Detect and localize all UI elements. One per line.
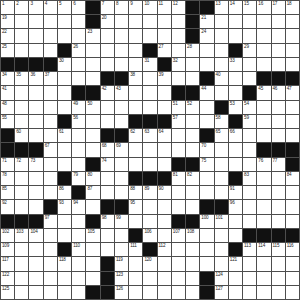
cell[interactable] [129,158,142,171]
cell[interactable]: 27 [158,44,171,57]
cell[interactable] [15,272,28,285]
cell[interactable] [44,101,57,114]
cell[interactable] [86,44,99,57]
cell[interactable]: 66 [229,129,242,142]
cell[interactable]: 15 [243,1,256,14]
cell[interactable] [101,29,114,42]
cell[interactable] [186,186,199,199]
cell[interactable]: 106 [143,229,156,242]
cell[interactable]: 1 [1,1,14,14]
cell[interactable]: 53 [229,101,242,114]
cell[interactable]: 42 [101,86,114,99]
cell[interactable]: 88 [129,186,142,199]
cell[interactable] [215,44,228,57]
cell[interactable] [29,44,42,57]
cell[interactable]: 70 [200,143,213,156]
cell[interactable]: 44 [200,86,213,99]
cell[interactable] [172,257,185,270]
cell[interactable] [257,272,270,285]
cell[interactable] [186,257,199,270]
cell[interactable]: 4 [44,1,57,14]
cell[interactable] [243,58,256,71]
cell[interactable] [44,172,57,185]
cell[interactable] [44,229,57,242]
cell[interactable]: 17 [272,1,285,14]
cell[interactable]: 124 [215,272,228,285]
cell[interactable] [86,143,99,156]
cell[interactable] [286,58,299,71]
cell[interactable] [229,29,242,42]
cell[interactable] [158,229,171,242]
cell[interactable]: 121 [229,257,242,270]
cell[interactable]: 7 [101,1,114,14]
cell[interactable]: 87 [86,186,99,199]
cell[interactable] [86,272,99,285]
cell[interactable] [115,186,128,199]
cell[interactable] [143,143,156,156]
cell[interactable]: 72 [15,158,28,171]
cell[interactable] [115,115,128,128]
cell[interactable] [158,215,171,228]
cell[interactable] [186,200,199,213]
cell[interactable] [72,129,85,142]
cell[interactable] [243,272,256,285]
cell[interactable] [115,58,128,71]
cell[interactable]: 46 [272,86,285,99]
cell[interactable]: 31 [143,58,156,71]
cell[interactable]: 13 [215,1,228,14]
cell[interactable]: 78 [1,172,14,185]
cell[interactable] [72,29,85,42]
cell[interactable] [286,272,299,285]
cell[interactable] [158,86,171,99]
cell[interactable]: 23 [86,29,99,42]
cell[interactable] [29,101,42,114]
cell[interactable] [129,86,142,99]
cell[interactable]: 119 [115,257,128,270]
cell[interactable] [272,200,285,213]
cell[interactable] [257,257,270,270]
cell[interactable] [286,101,299,114]
cell[interactable] [15,44,28,57]
cell[interactable] [200,186,213,199]
cell[interactable] [200,44,213,57]
cell[interactable] [15,257,28,270]
cell[interactable]: 104 [29,229,42,242]
cell[interactable]: 85 [1,186,14,199]
cell[interactable] [215,158,228,171]
cell[interactable] [172,200,185,213]
cell[interactable] [243,186,256,199]
cell[interactable] [58,86,71,99]
cell[interactable] [115,101,128,114]
cell[interactable]: 123 [115,272,128,285]
cell[interactable]: 99 [115,215,128,228]
cell[interactable] [115,29,128,42]
cell[interactable]: 5 [58,1,71,14]
cell[interactable] [58,143,71,156]
cell[interactable]: 56 [72,115,85,128]
cell[interactable]: 74 [101,158,114,171]
cell[interactable]: 113 [243,243,256,256]
cell[interactable] [143,29,156,42]
cell[interactable] [115,158,128,171]
cell[interactable] [229,286,242,299]
cell[interactable] [286,215,299,228]
cell[interactable]: 90 [158,186,171,199]
cell[interactable] [186,115,199,128]
cell[interactable]: 64 [158,129,171,142]
cell[interactable] [72,215,85,228]
cell[interactable]: 35 [15,72,28,85]
cell[interactable]: 109 [1,243,14,256]
cell[interactable] [200,229,213,242]
cell[interactable] [129,272,142,285]
cell[interactable] [272,101,285,114]
cell[interactable] [172,72,185,85]
cell[interactable] [15,86,28,99]
cell[interactable]: 91 [229,186,242,199]
cell[interactable]: 94 [72,200,85,213]
cell[interactable] [172,29,185,42]
cell[interactable]: 102 [1,229,14,242]
cell[interactable]: 127 [215,286,228,299]
cell[interactable]: 86 [58,186,71,199]
cell[interactable]: 38 [129,72,142,85]
cell[interactable]: 50 [86,101,99,114]
cell[interactable] [172,186,185,199]
cell[interactable] [186,72,199,85]
cell[interactable]: 101 [215,215,228,228]
cell[interactable] [215,229,228,242]
cell[interactable] [86,58,99,71]
cell[interactable] [257,101,270,114]
cell[interactable] [86,115,99,128]
cell[interactable] [44,186,57,199]
cell[interactable] [29,86,42,99]
cell[interactable]: 40 [215,72,228,85]
cell[interactable] [115,172,128,185]
cell[interactable]: 25 [1,44,14,57]
cell[interactable] [44,129,57,142]
cell[interactable] [186,143,199,156]
cell[interactable] [143,158,156,171]
cell[interactable] [272,129,285,142]
cell[interactable]: 6 [72,1,85,14]
cell[interactable] [72,158,85,171]
cell[interactable]: 108 [186,229,199,242]
cell[interactable] [172,272,185,285]
cell[interactable] [44,158,57,171]
cell[interactable] [257,172,270,185]
cell[interactable] [143,200,156,213]
cell[interactable] [115,243,128,256]
cell[interactable] [101,186,114,199]
cell[interactable]: 84 [286,172,299,185]
cell[interactable]: 45 [257,86,270,99]
cell[interactable] [257,29,270,42]
cell[interactable] [158,15,171,28]
cell[interactable] [129,257,142,270]
cell[interactable] [200,172,213,185]
cell[interactable]: 30 [58,58,71,71]
cell[interactable]: 110 [72,243,85,256]
cell[interactable]: 19 [1,15,14,28]
cell[interactable] [272,15,285,28]
cell[interactable] [72,58,85,71]
cell[interactable] [44,257,57,270]
cell[interactable] [243,72,256,85]
cell[interactable] [272,172,285,185]
cell[interactable] [29,286,42,299]
cell[interactable]: 76 [257,158,270,171]
cell[interactable] [186,58,199,71]
cell[interactable]: 111 [129,243,142,256]
cell[interactable] [29,115,42,128]
cell[interactable] [58,272,71,285]
cell[interactable]: 96 [229,200,242,213]
cell[interactable] [243,158,256,171]
cell[interactable]: 75 [200,158,213,171]
cell[interactable] [257,58,270,71]
cell[interactable]: 89 [143,186,156,199]
cell[interactable] [272,58,285,71]
cell[interactable] [215,58,228,71]
cell[interactable] [243,257,256,270]
cell[interactable]: 41 [1,86,14,99]
cell[interactable] [101,58,114,71]
cell[interactable] [86,129,99,142]
cell[interactable] [29,15,42,28]
cell[interactable]: 2 [15,1,28,14]
cell[interactable] [257,44,270,57]
cell[interactable] [172,143,185,156]
cell[interactable] [186,286,199,299]
cell[interactable]: 9 [129,1,142,14]
cell[interactable] [143,15,156,28]
cell[interactable]: 67 [44,143,57,156]
cell[interactable] [58,158,71,171]
cell[interactable] [243,200,256,213]
cell[interactable] [15,101,28,114]
cell[interactable] [72,72,85,85]
cell[interactable] [272,29,285,42]
cell[interactable] [129,215,142,228]
cell[interactable] [257,286,270,299]
cell[interactable]: 47 [286,86,299,99]
cell[interactable]: 32 [172,58,185,71]
cell[interactable] [44,286,57,299]
cell[interactable] [257,215,270,228]
cell[interactable] [286,129,299,142]
cell[interactable] [286,257,299,270]
cell[interactable] [200,58,213,71]
cell[interactable] [72,143,85,156]
cell[interactable] [215,257,228,270]
cell[interactable] [243,29,256,42]
cell[interactable] [129,15,142,28]
cell[interactable] [44,86,57,99]
cell[interactable] [272,186,285,199]
cell[interactable] [58,72,71,85]
cell[interactable] [229,215,242,228]
cell[interactable] [215,29,228,42]
cell[interactable] [86,243,99,256]
cell[interactable] [44,243,57,256]
cell[interactable] [115,229,128,242]
cell[interactable] [129,44,142,57]
cell[interactable] [58,15,71,28]
cell[interactable]: 10 [143,1,156,14]
cell[interactable] [158,143,171,156]
cell[interactable] [243,215,256,228]
cell[interactable]: 20 [101,15,114,28]
cell[interactable] [257,15,270,28]
cell[interactable] [229,86,242,99]
cell[interactable] [215,15,228,28]
cell[interactable] [101,243,114,256]
cell[interactable]: 59 [243,115,256,128]
cell[interactable] [15,115,28,128]
cell[interactable] [200,243,213,256]
cell[interactable]: 21 [200,15,213,28]
cell[interactable]: 55 [1,115,14,128]
cell[interactable] [86,200,99,213]
cell[interactable] [143,86,156,99]
cell[interactable] [143,286,156,299]
cell[interactable]: 93 [58,200,71,213]
cell[interactable] [186,129,199,142]
cell[interactable]: 36 [29,72,42,85]
cell[interactable] [29,200,42,213]
cell[interactable]: 100 [200,215,213,228]
cell[interactable] [29,272,42,285]
cell[interactable]: 14 [229,1,242,14]
cell[interactable] [215,186,228,199]
cell[interactable]: 34 [1,72,14,85]
cell[interactable] [58,229,71,242]
cell[interactable]: 79 [72,172,85,185]
cell[interactable]: 68 [101,143,114,156]
cell[interactable]: 18 [286,1,299,14]
cell[interactable] [229,229,242,242]
cell[interactable] [29,29,42,42]
cell[interactable] [143,72,156,85]
cell[interactable] [172,129,185,142]
cell[interactable] [72,257,85,270]
cell[interactable] [158,29,171,42]
cell[interactable]: 80 [86,172,99,185]
cell[interactable]: 57 [172,115,185,128]
cell[interactable]: 122 [1,272,14,285]
cell[interactable] [29,186,42,199]
cell[interactable] [143,101,156,114]
cell[interactable] [15,286,28,299]
cell[interactable]: 83 [243,172,256,185]
cell[interactable]: 11 [158,1,171,14]
cell[interactable] [172,15,185,28]
cell[interactable] [172,243,185,256]
cell[interactable] [101,101,114,114]
cell[interactable] [200,115,213,128]
cell[interactable] [286,15,299,28]
cell[interactable] [257,186,270,199]
cell[interactable] [143,272,156,285]
cell[interactable] [101,229,114,242]
cell[interactable] [15,243,28,256]
cell[interactable]: 12 [172,1,185,14]
cell[interactable]: 61 [58,129,71,142]
cell[interactable]: 24 [200,29,213,42]
cell[interactable]: 22 [1,29,14,42]
cell[interactable]: 116 [286,243,299,256]
cell[interactable]: 125 [1,286,14,299]
cell[interactable]: 98 [101,215,114,228]
cell[interactable]: 60 [15,129,28,142]
cell[interactable] [172,44,185,57]
cell[interactable] [200,257,213,270]
cell[interactable] [72,15,85,28]
cell[interactable] [129,101,142,114]
cell[interactable]: 118 [58,257,71,270]
cell[interactable] [44,29,57,42]
cell[interactable] [115,15,128,28]
cell[interactable] [101,115,114,128]
cell[interactable] [215,172,228,185]
cell[interactable]: 81 [172,172,185,185]
cell[interactable]: 63 [143,129,156,142]
cell[interactable] [15,29,28,42]
cell[interactable]: 117 [1,257,14,270]
cell[interactable] [229,15,242,28]
cell[interactable]: 65 [215,129,228,142]
cell[interactable]: 16 [257,1,270,14]
cell[interactable] [129,58,142,71]
cell[interactable] [15,186,28,199]
cell[interactable] [129,29,142,42]
cell[interactable] [243,129,256,142]
cell[interactable]: 29 [243,44,256,57]
cell[interactable] [229,72,242,85]
cell[interactable]: 58 [215,115,228,128]
cell[interactable]: 82 [186,172,199,185]
cell[interactable] [243,286,256,299]
cell[interactable] [272,115,285,128]
cell[interactable] [15,15,28,28]
cell[interactable] [286,186,299,199]
cell[interactable]: 39 [158,72,171,85]
cell[interactable]: 62 [129,129,142,142]
cell[interactable] [58,101,71,114]
cell[interactable]: 52 [186,101,199,114]
cell[interactable] [15,172,28,185]
cell[interactable] [229,143,242,156]
cell[interactable] [158,257,171,270]
cell[interactable]: 28 [186,44,199,57]
cell[interactable] [86,257,99,270]
cell[interactable] [72,286,85,299]
cell[interactable] [272,44,285,57]
cell[interactable] [286,115,299,128]
cell[interactable]: 115 [272,243,285,256]
cell[interactable]: 77 [272,158,285,171]
cell[interactable] [158,286,171,299]
cell[interactable] [44,15,57,28]
cell[interactable] [272,286,285,299]
cell[interactable]: 73 [29,158,42,171]
cell[interactable] [257,115,270,128]
cell[interactable]: 51 [172,101,185,114]
